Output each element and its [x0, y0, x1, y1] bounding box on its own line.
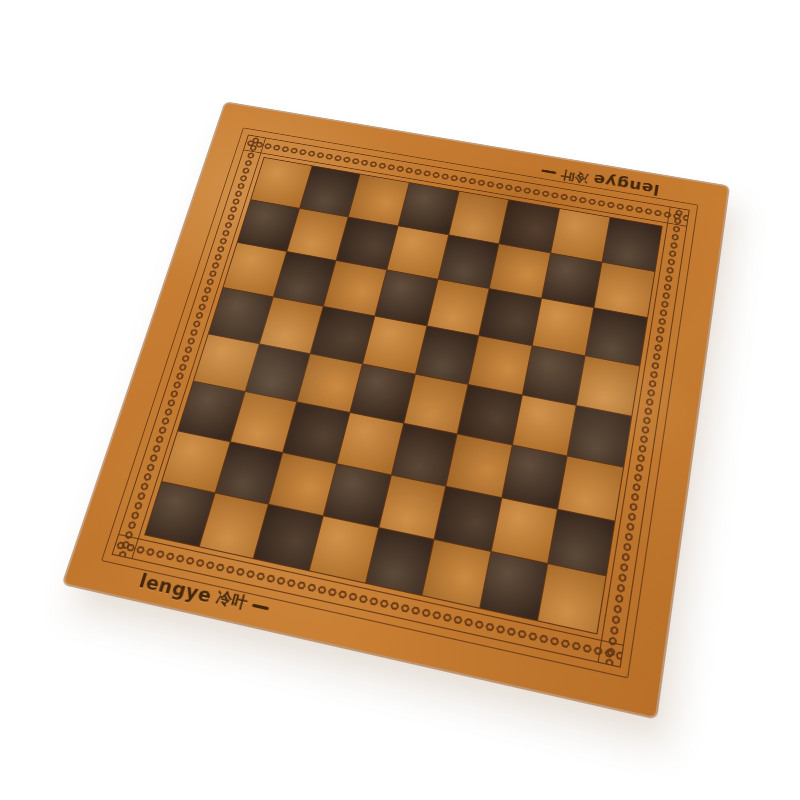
square-g3 — [502, 446, 567, 509]
square-g8 — [551, 209, 610, 261]
square-e3 — [392, 424, 457, 486]
square-h3 — [559, 457, 623, 521]
square-e1 — [366, 528, 434, 594]
square-d8 — [399, 183, 458, 234]
square-g1 — [480, 552, 547, 620]
square-h5 — [577, 356, 639, 415]
square-g7 — [542, 253, 602, 307]
square-g2 — [491, 498, 557, 563]
square-e8 — [449, 192, 508, 243]
square-f8 — [500, 200, 559, 252]
square-d7 — [387, 226, 448, 279]
square-e7 — [438, 235, 498, 288]
square-h6 — [586, 308, 647, 365]
square-g4 — [513, 395, 576, 456]
square-f1 — [423, 540, 491, 607]
brand-flourish — [541, 170, 556, 175]
square-e4 — [404, 374, 468, 433]
square-f6 — [479, 289, 540, 345]
square-f4 — [458, 385, 522, 445]
square-h4 — [568, 406, 631, 467]
square-g6 — [533, 299, 594, 355]
square-f2 — [435, 487, 501, 552]
square-f7 — [490, 244, 550, 298]
square-f5 — [469, 336, 531, 394]
photo-background: lengye 冷叶 lengye 冷叶 — [0, 0, 800, 800]
square-e2 — [379, 475, 445, 539]
square-d6 — [375, 270, 437, 325]
square-g5 — [523, 346, 585, 404]
brand-cjk-text: 冷叶 — [559, 167, 590, 186]
chessboard: lengye 冷叶 lengye 冷叶 — [64, 103, 728, 717]
square-h1 — [538, 565, 605, 634]
square-h7 — [595, 262, 655, 317]
square-e6 — [427, 280, 489, 335]
brand-flourish — [252, 603, 269, 610]
square-h8 — [603, 218, 662, 271]
brand-cjk-text: 冷叶 — [214, 587, 250, 614]
square-e5 — [416, 326, 479, 383]
square-f3 — [447, 435, 512, 497]
